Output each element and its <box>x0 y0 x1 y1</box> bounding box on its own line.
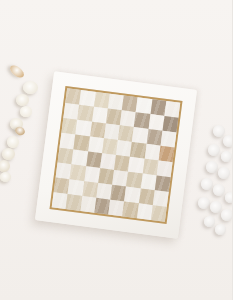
offboard-piece <box>7 136 19 148</box>
offboard-piece <box>218 167 230 179</box>
offboard-piece <box>16 94 29 106</box>
offboard-piece <box>0 172 11 182</box>
offboard-piece <box>215 224 226 235</box>
offboard-piece <box>23 81 38 94</box>
offboard-piece <box>213 125 225 137</box>
square-h1 <box>151 205 167 222</box>
offboard-piece <box>208 144 220 156</box>
offboard-piece <box>223 135 232 147</box>
offboard-piece <box>210 201 222 213</box>
offboard-piece <box>2 148 15 160</box>
offboard-piece <box>204 216 215 227</box>
photo-scene <box>0 0 232 300</box>
offboard-piece <box>198 197 210 209</box>
offboard-piece <box>206 161 218 173</box>
offboard-piece <box>20 106 32 117</box>
board-gold-border <box>50 86 183 224</box>
offboard-piece <box>225 192 233 203</box>
chess-board <box>35 71 197 238</box>
offboard-piece <box>8 63 26 80</box>
board-grid <box>52 88 181 222</box>
offboard-piece <box>213 184 225 196</box>
offboard-piece <box>14 125 26 136</box>
offboard-piece <box>201 178 213 190</box>
offboard-piece <box>221 151 232 162</box>
offboard-piece <box>0 160 10 172</box>
offboard-piece <box>221 209 232 221</box>
